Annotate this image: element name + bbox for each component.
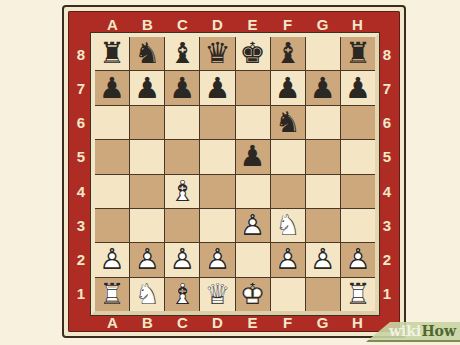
square-d3 xyxy=(200,209,234,242)
square-h7: ♟ xyxy=(341,71,375,104)
piece-white-queen: ♛♕ xyxy=(200,278,234,311)
piece-black-pawn: ♟ xyxy=(310,74,336,103)
square-e5: ♟ xyxy=(236,140,270,173)
piece-white-pawn: ♟♙ xyxy=(165,243,199,276)
square-a3 xyxy=(95,209,129,242)
square-f1 xyxy=(271,278,305,311)
piece-black-bishop: ♝ xyxy=(169,39,195,68)
square-f6: ♞ xyxy=(271,106,305,139)
watermark-wiki-text: wiki xyxy=(389,324,421,338)
square-a1: ♜♖ xyxy=(95,278,129,311)
square-f2: ♟♙ xyxy=(271,243,305,276)
piece-outline: ♗ xyxy=(165,278,199,311)
square-h8: ♜ xyxy=(341,37,375,70)
square-d5 xyxy=(200,140,234,173)
piece-black-rook: ♜ xyxy=(99,39,125,68)
piece-white-pawn: ♟♙ xyxy=(306,243,340,276)
piece-black-pawn: ♟ xyxy=(240,142,266,171)
piece-white-bishop: ♝♗ xyxy=(165,278,199,311)
piece-white-knight: ♞♘ xyxy=(130,278,164,311)
piece-black-pawn: ♟ xyxy=(99,74,125,103)
piece-outline: ♙ xyxy=(200,243,234,276)
board-squares: ♜♞♝♛♚♝♜♟♟♟♟♟♟♟♞♟♝♗♟♙♞♘♟♙♟♙♟♙♟♙♟♙♟♙♟♙♜♖♞♘… xyxy=(95,37,375,311)
square-c3 xyxy=(165,209,199,242)
square-e6 xyxy=(236,106,270,139)
piece-black-queen: ♛ xyxy=(204,39,230,68)
piece-white-pawn: ♟♙ xyxy=(271,243,305,276)
piece-outline: ♕ xyxy=(200,278,234,311)
file-label-bottom-b: B xyxy=(130,312,165,332)
square-f7: ♟ xyxy=(271,71,305,104)
piece-outline: ♙ xyxy=(236,209,270,242)
board-bevel: ♜♞♝♛♚♝♜♟♟♟♟♟♟♟♞♟♝♗♟♙♞♘♟♙♟♙♟♙♟♙♟♙♟♙♟♙♜♖♞♘… xyxy=(91,33,379,315)
piece-black-bishop: ♝ xyxy=(275,39,301,68)
square-h5 xyxy=(341,140,375,173)
piece-outline: ♙ xyxy=(306,243,340,276)
piece-outline: ♙ xyxy=(95,243,129,276)
file-label-bottom-f: F xyxy=(270,312,305,332)
file-label-bottom-d: D xyxy=(200,312,235,332)
square-e3: ♟♙ xyxy=(236,209,270,242)
square-d8: ♛ xyxy=(200,37,234,70)
square-c8: ♝ xyxy=(165,37,199,70)
square-a4 xyxy=(95,175,129,208)
piece-outline: ♙ xyxy=(165,243,199,276)
piece-outline: ♗ xyxy=(165,175,199,208)
piece-black-pawn: ♟ xyxy=(134,74,160,103)
square-a8: ♜ xyxy=(95,37,129,70)
chess-board-frame: ABCDEFGH ABCDEFGH 87654321 87654321 ♜♞♝♛… xyxy=(62,5,406,338)
piece-black-rook: ♜ xyxy=(345,39,371,68)
piece-black-pawn: ♟ xyxy=(204,74,230,103)
square-g7: ♟ xyxy=(306,71,340,104)
piece-black-knight: ♞ xyxy=(275,108,301,137)
square-g4 xyxy=(306,175,340,208)
square-h2: ♟♙ xyxy=(341,243,375,276)
square-b8: ♞ xyxy=(130,37,164,70)
square-g1 xyxy=(306,278,340,311)
piece-white-rook: ♜♖ xyxy=(95,278,129,311)
piece-white-knight: ♞♘ xyxy=(271,209,305,242)
square-h1: ♜♖ xyxy=(341,278,375,311)
piece-black-pawn: ♟ xyxy=(169,74,195,103)
square-b1: ♞♘ xyxy=(130,278,164,311)
watermark-how-text: How xyxy=(421,324,456,338)
square-a5 xyxy=(95,140,129,173)
piece-outline: ♘ xyxy=(130,278,164,311)
square-g6 xyxy=(306,106,340,139)
piece-white-pawn: ♟♙ xyxy=(341,243,375,276)
board-red-border: ABCDEFGH ABCDEFGH 87654321 87654321 ♜♞♝♛… xyxy=(68,11,400,332)
piece-outline: ♙ xyxy=(130,243,164,276)
square-c2: ♟♙ xyxy=(165,243,199,276)
piece-black-knight: ♞ xyxy=(134,39,160,68)
square-d4 xyxy=(200,175,234,208)
square-e4 xyxy=(236,175,270,208)
square-c4: ♝♗ xyxy=(165,175,199,208)
square-c6 xyxy=(165,106,199,139)
square-a6 xyxy=(95,106,129,139)
square-d7: ♟ xyxy=(200,71,234,104)
piece-outline: ♖ xyxy=(341,278,375,311)
piece-white-king: ♚♔ xyxy=(236,278,270,311)
file-label-bottom-g: G xyxy=(305,312,340,332)
piece-white-pawn: ♟♙ xyxy=(130,243,164,276)
square-g2: ♟♙ xyxy=(306,243,340,276)
piece-white-rook: ♜♖ xyxy=(341,278,375,311)
piece-outline: ♘ xyxy=(271,209,305,242)
piece-outline: ♙ xyxy=(341,243,375,276)
square-d1: ♛♕ xyxy=(200,278,234,311)
square-f4 xyxy=(271,175,305,208)
square-d6 xyxy=(200,106,234,139)
square-b6 xyxy=(130,106,164,139)
square-e7 xyxy=(236,71,270,104)
square-h3 xyxy=(341,209,375,242)
square-e1: ♚♔ xyxy=(236,278,270,311)
piece-black-king: ♚ xyxy=(240,39,266,68)
square-f5 xyxy=(271,140,305,173)
square-e2 xyxy=(236,243,270,276)
square-h6 xyxy=(341,106,375,139)
square-f8: ♝ xyxy=(271,37,305,70)
square-g5 xyxy=(306,140,340,173)
square-b5 xyxy=(130,140,164,173)
piece-outline: ♖ xyxy=(95,278,129,311)
file-label-bottom-h: H xyxy=(340,312,375,332)
square-a7: ♟ xyxy=(95,71,129,104)
square-h4 xyxy=(341,175,375,208)
piece-white-pawn: ♟♙ xyxy=(200,243,234,276)
square-c1: ♝♗ xyxy=(165,278,199,311)
square-c7: ♟ xyxy=(165,71,199,104)
square-b4 xyxy=(130,175,164,208)
piece-white-pawn: ♟♙ xyxy=(236,209,270,242)
square-e8: ♚ xyxy=(236,37,270,70)
piece-white-bishop: ♝♗ xyxy=(165,175,199,208)
square-b3 xyxy=(130,209,164,242)
file-label-bottom-c: C xyxy=(165,312,200,332)
square-g3 xyxy=(306,209,340,242)
square-a2: ♟♙ xyxy=(95,243,129,276)
piece-black-pawn: ♟ xyxy=(345,74,371,103)
piece-black-pawn: ♟ xyxy=(275,74,301,103)
piece-outline: ♔ xyxy=(236,278,270,311)
square-c5 xyxy=(165,140,199,173)
piece-outline: ♙ xyxy=(271,243,305,276)
square-f3: ♞♘ xyxy=(271,209,305,242)
file-label-bottom-e: E xyxy=(235,312,270,332)
square-b7: ♟ xyxy=(130,71,164,104)
chess-diagram: ABCDEFGH ABCDEFGH 87654321 87654321 ♜♞♝♛… xyxy=(0,0,460,345)
file-label-bottom-a: A xyxy=(95,312,130,332)
square-d2: ♟♙ xyxy=(200,243,234,276)
file-labels-bottom: ABCDEFGH xyxy=(95,312,375,332)
square-b2: ♟♙ xyxy=(130,243,164,276)
square-g8 xyxy=(306,37,340,70)
piece-white-pawn: ♟♙ xyxy=(95,243,129,276)
